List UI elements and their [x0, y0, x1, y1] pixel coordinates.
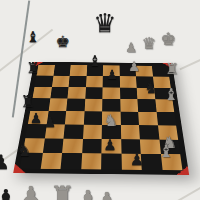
square[interactable] — [84, 99, 102, 112]
square[interactable] — [40, 153, 62, 169]
captured-piece-white-rook: ♜ — [49, 183, 74, 200]
captured-piece-black-pawn: ♟ — [0, 186, 18, 200]
piece-white-pawn[interactable]: ♟ — [125, 41, 137, 54]
captured-piece-white-pawn: ♟ — [19, 183, 42, 200]
piece-black-knight[interactable]: ♞ — [16, 142, 31, 159]
piece-white-rook[interactable]: ♜ — [165, 62, 178, 77]
square[interactable] — [65, 111, 84, 124]
piece-black-pawn[interactable]: ♟ — [30, 111, 43, 125]
square[interactable] — [120, 112, 139, 125]
square[interactable] — [102, 87, 120, 99]
square[interactable] — [83, 124, 102, 138]
square[interactable] — [62, 138, 83, 153]
piece-white-bishop[interactable]: ♝ — [164, 87, 178, 103]
piece-black-pawn[interactable]: ♟ — [103, 138, 116, 153]
square[interactable] — [81, 153, 102, 169]
square[interactable] — [120, 125, 139, 139]
square[interactable] — [85, 87, 103, 99]
piece-black-pawn[interactable]: ♟ — [44, 115, 57, 129]
piece-white-king[interactable]: ♚ — [160, 31, 175, 48]
piece-black-bishop[interactable]: ♝ — [26, 30, 39, 45]
square[interactable] — [52, 76, 70, 87]
square[interactable] — [119, 76, 136, 87]
square[interactable] — [66, 99, 85, 112]
piece-black-pawn[interactable]: ♟ — [106, 68, 118, 81]
captured-piece-black-queen: ♛ — [93, 10, 116, 36]
square[interactable] — [120, 87, 138, 99]
square[interactable] — [83, 111, 102, 124]
square[interactable] — [137, 99, 156, 112]
square[interactable] — [70, 65, 87, 76]
piece-white-queen[interactable]: ♛ — [142, 36, 156, 52]
square[interactable] — [53, 65, 71, 76]
piece-black-rook[interactable]: ♜ — [26, 61, 39, 76]
square[interactable] — [138, 112, 157, 125]
piece-white-pawn[interactable]: ♟ — [128, 60, 140, 73]
square[interactable] — [120, 99, 138, 112]
captured-piece-white-pawn: ♟ — [95, 189, 118, 200]
square[interactable] — [102, 99, 120, 112]
square[interactable] — [82, 139, 102, 154]
captured-piece-black-pawn: ♟ — [0, 152, 10, 172]
square[interactable] — [139, 125, 159, 139]
square[interactable] — [50, 87, 69, 99]
piece-white-knight[interactable]: ♞ — [104, 113, 118, 129]
piece-black-pawn[interactable]: ♟ — [130, 152, 144, 168]
piece-black-king[interactable]: ♚ — [56, 34, 70, 50]
square[interactable] — [69, 76, 87, 87]
floor-tile-line — [164, 173, 200, 200]
corner-accent — [13, 164, 26, 173]
square[interactable] — [32, 87, 51, 99]
floor-tile-line — [179, 52, 200, 71]
piece-black-bishop[interactable]: ♝ — [88, 54, 101, 69]
square[interactable] — [156, 112, 176, 125]
square[interactable] — [67, 87, 85, 99]
square[interactable] — [101, 154, 121, 170]
piece-black-knight[interactable]: ♞ — [144, 81, 157, 96]
piece-black-rook[interactable]: ♜ — [21, 94, 35, 110]
piece-white-bishop[interactable]: ♝ — [158, 143, 173, 160]
square[interactable] — [64, 124, 84, 138]
corner-accent — [176, 166, 189, 175]
square[interactable] — [48, 98, 67, 111]
square[interactable] — [86, 76, 103, 87]
square[interactable] — [42, 138, 63, 153]
square[interactable] — [60, 153, 81, 169]
